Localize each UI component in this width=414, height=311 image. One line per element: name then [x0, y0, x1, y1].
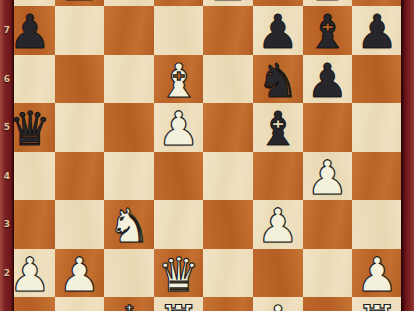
square-f1[interactable]: ♝: [253, 297, 303, 311]
board-frame-left: [0, 0, 14, 311]
white-pawn[interactable]: ♟: [257, 202, 299, 249]
square-e7[interactable]: [203, 6, 253, 54]
black-rook[interactable]: ♜: [207, 0, 249, 7]
square-c3[interactable]: ♞: [104, 200, 154, 248]
white-rook[interactable]: ♜: [158, 299, 200, 311]
square-f2[interactable]: [253, 249, 303, 297]
square-d2[interactable]: ♛: [154, 249, 204, 297]
white-pawn[interactable]: ♟: [356, 251, 398, 298]
white-pawn[interactable]: ♟: [58, 251, 100, 298]
square-d3[interactable]: [154, 200, 204, 248]
black-pawn[interactable]: ♟: [9, 8, 51, 55]
square-h6[interactable]: [352, 55, 402, 103]
square-d5[interactable]: ♟: [154, 103, 204, 151]
square-h5[interactable]: [352, 103, 402, 151]
square-g6[interactable]: ♟: [303, 55, 353, 103]
square-c1[interactable]: ♚: [104, 297, 154, 311]
square-e8[interactable]: ♜: [203, 0, 253, 6]
square-g3[interactable]: [303, 200, 353, 248]
square-h3[interactable]: [352, 200, 402, 248]
black-knight[interactable]: ♞: [257, 57, 299, 104]
black-rook[interactable]: ♜: [58, 0, 100, 7]
white-bishop[interactable]: ♝: [257, 299, 299, 311]
white-pawn[interactable]: ♟: [158, 105, 200, 152]
square-g7[interactable]: ♝: [303, 6, 353, 54]
square-b3[interactable]: [55, 200, 105, 248]
board-frame-right: [401, 0, 414, 311]
square-b2[interactable]: ♟: [55, 249, 105, 297]
square-g4[interactable]: ♟: [303, 152, 353, 200]
square-b8[interactable]: ♜: [55, 0, 105, 6]
square-f5[interactable]: ♝: [253, 103, 303, 151]
square-e2[interactable]: [203, 249, 253, 297]
square-f6[interactable]: ♞: [253, 55, 303, 103]
white-knight[interactable]: ♞: [108, 202, 150, 249]
black-pawn[interactable]: ♟: [257, 8, 299, 55]
square-b4[interactable]: [55, 152, 105, 200]
square-d1[interactable]: ♜: [154, 297, 204, 311]
square-d4[interactable]: [154, 152, 204, 200]
square-b7[interactable]: [55, 6, 105, 54]
black-bishop[interactable]: ♝: [306, 8, 348, 55]
square-e6[interactable]: [203, 55, 253, 103]
square-h7[interactable]: ♟: [352, 6, 402, 54]
rank-label-7: 7: [0, 25, 14, 35]
black-pawn[interactable]: ♟: [356, 8, 398, 55]
square-c4[interactable]: [104, 152, 154, 200]
white-pawn[interactable]: ♟: [9, 251, 51, 298]
square-f7[interactable]: ♟: [253, 6, 303, 54]
rank-label-3: 3: [0, 219, 14, 229]
white-rook[interactable]: ♜: [356, 299, 398, 311]
rank-label-2: 2: [0, 268, 14, 278]
square-c6[interactable]: [104, 55, 154, 103]
square-g2[interactable]: [303, 249, 353, 297]
square-e5[interactable]: [203, 103, 253, 151]
square-e1[interactable]: [203, 297, 253, 311]
square-f3[interactable]: ♟: [253, 200, 303, 248]
square-d7[interactable]: [154, 6, 204, 54]
white-king[interactable]: ♚: [108, 299, 150, 311]
square-h4[interactable]: [352, 152, 402, 200]
square-e3[interactable]: [203, 200, 253, 248]
square-c5[interactable]: [104, 103, 154, 151]
square-g1[interactable]: [303, 297, 353, 311]
black-pawn[interactable]: ♟: [306, 57, 348, 104]
square-b5[interactable]: [55, 103, 105, 151]
black-queen[interactable]: ♛: [9, 105, 51, 152]
rank-label-6: 6: [0, 74, 14, 84]
square-f4[interactable]: [253, 152, 303, 200]
rank-label-4: 4: [0, 171, 14, 181]
chess-diagram: ♜♜♚♟♟♝♟♝♞♟♛♟♝♟♞♟♟♟♛♟♚♜♝♜ 765432: [0, 0, 414, 311]
white-pawn[interactable]: ♟: [306, 154, 348, 201]
white-queen[interactable]: ♛: [158, 251, 200, 298]
chess-board: ♜♜♚♟♟♝♟♝♞♟♛♟♝♟♞♟♟♟♛♟♚♜♝♜: [5, 0, 402, 311]
square-d6[interactable]: ♝: [154, 55, 204, 103]
square-c2[interactable]: [104, 249, 154, 297]
square-e4[interactable]: [203, 152, 253, 200]
square-h1[interactable]: ♜: [352, 297, 402, 311]
white-bishop[interactable]: ♝: [158, 57, 200, 104]
rank-label-5: 5: [0, 122, 14, 132]
square-b6[interactable]: [55, 55, 105, 103]
square-g5[interactable]: [303, 103, 353, 151]
square-c7[interactable]: [104, 6, 154, 54]
black-bishop[interactable]: ♝: [257, 105, 299, 152]
square-h2[interactable]: ♟: [352, 249, 402, 297]
